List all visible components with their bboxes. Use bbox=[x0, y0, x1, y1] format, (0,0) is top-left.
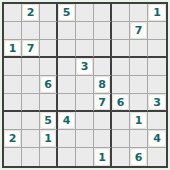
cell-r7c3[interactable]: 5 bbox=[40, 112, 58, 130]
cell-r5c2[interactable] bbox=[22, 76, 40, 94]
cell-r8c5[interactable] bbox=[76, 130, 94, 148]
cell-r1c2[interactable]: 2 bbox=[22, 4, 40, 22]
cell-r9c2[interactable] bbox=[22, 148, 40, 166]
cell-r6c7[interactable]: 6 bbox=[112, 94, 130, 112]
cell-r4c8[interactable] bbox=[130, 58, 148, 76]
given-digit: 1 bbox=[5, 41, 20, 55]
cell-r4c9[interactable] bbox=[148, 58, 166, 76]
cell-r3c1[interactable]: 1 bbox=[4, 40, 22, 58]
given-digit: 1 bbox=[149, 5, 165, 20]
cell-r8c1[interactable]: 2 bbox=[4, 130, 22, 148]
given-digit: 7 bbox=[95, 95, 109, 109]
given-digit: 1 bbox=[41, 131, 55, 146]
sudoku-widget: 25171736876354121416 bbox=[0, 0, 170, 170]
cell-r2c6[interactable] bbox=[94, 22, 112, 40]
given-digit: 2 bbox=[5, 131, 20, 146]
given-digit: 3 bbox=[77, 59, 92, 74]
cell-r8c3[interactable]: 1 bbox=[40, 130, 58, 148]
given-digit: 3 bbox=[149, 95, 165, 109]
cell-r4c5[interactable]: 3 bbox=[76, 58, 94, 76]
cell-r1c1[interactable] bbox=[4, 4, 22, 22]
cell-r2c5[interactable] bbox=[76, 22, 94, 40]
cell-r5c8[interactable] bbox=[130, 76, 148, 94]
cell-r9c1[interactable] bbox=[4, 148, 22, 166]
cell-r7c9[interactable] bbox=[148, 112, 166, 130]
cell-r3c7[interactable] bbox=[112, 40, 130, 58]
cell-r1c8[interactable] bbox=[130, 4, 148, 22]
cell-r3c2[interactable]: 7 bbox=[22, 40, 40, 58]
cell-r3c8[interactable] bbox=[130, 40, 148, 58]
cell-r1c9[interactable]: 1 bbox=[148, 4, 166, 22]
cell-r4c1[interactable] bbox=[4, 58, 22, 76]
cell-r7c6[interactable] bbox=[94, 112, 112, 130]
given-digit: 2 bbox=[23, 5, 38, 20]
cell-r5c1[interactable] bbox=[4, 76, 22, 94]
cell-r9c9[interactable] bbox=[148, 148, 166, 166]
cell-r1c6[interactable] bbox=[94, 4, 112, 22]
cell-r5c4[interactable] bbox=[58, 76, 76, 94]
cell-r2c1[interactable] bbox=[4, 22, 22, 40]
cell-r1c7[interactable] bbox=[112, 4, 130, 22]
cell-r6c9[interactable]: 3 bbox=[148, 94, 166, 112]
cell-r7c4[interactable]: 4 bbox=[58, 112, 76, 130]
cell-r8c9[interactable]: 4 bbox=[148, 130, 166, 148]
cell-r3c3[interactable] bbox=[40, 40, 58, 58]
cell-r7c2[interactable] bbox=[22, 112, 40, 130]
cell-r6c3[interactable] bbox=[40, 94, 58, 112]
cell-r9c3[interactable] bbox=[40, 148, 58, 166]
cell-r6c2[interactable] bbox=[22, 94, 40, 112]
cell-r6c1[interactable] bbox=[4, 94, 22, 112]
given-digit: 4 bbox=[59, 113, 74, 128]
given-digit: 6 bbox=[113, 95, 128, 109]
given-digit: 7 bbox=[131, 23, 146, 38]
cell-r5c9[interactable] bbox=[148, 76, 166, 94]
cell-r2c9[interactable] bbox=[148, 22, 166, 40]
cell-r1c4[interactable]: 5 bbox=[58, 4, 76, 22]
cell-r5c6[interactable]: 8 bbox=[94, 76, 112, 94]
given-digit: 5 bbox=[41, 113, 55, 128]
cell-r8c2[interactable] bbox=[22, 130, 40, 148]
cell-r2c3[interactable] bbox=[40, 22, 58, 40]
cell-r7c8[interactable]: 1 bbox=[130, 112, 148, 130]
cell-r3c4[interactable] bbox=[58, 40, 76, 58]
cell-r5c5[interactable] bbox=[76, 76, 94, 94]
cell-r2c7[interactable] bbox=[112, 22, 130, 40]
cell-r2c8[interactable]: 7 bbox=[130, 22, 148, 40]
cell-r1c3[interactable] bbox=[40, 4, 58, 22]
cell-r9c5[interactable] bbox=[76, 148, 94, 166]
cell-r3c9[interactable] bbox=[148, 40, 166, 58]
cell-r6c5[interactable] bbox=[76, 94, 94, 112]
cell-r7c5[interactable] bbox=[76, 112, 94, 130]
cell-r5c7[interactable] bbox=[112, 76, 130, 94]
cell-r6c6[interactable]: 7 bbox=[94, 94, 112, 112]
cell-r8c4[interactable] bbox=[58, 130, 76, 148]
cell-r9c8[interactable]: 6 bbox=[130, 148, 148, 166]
given-digit: 1 bbox=[95, 149, 109, 165]
given-digit: 8 bbox=[95, 77, 109, 92]
cell-r4c4[interactable] bbox=[58, 58, 76, 76]
given-digit: 1 bbox=[131, 113, 146, 128]
cell-r2c4[interactable] bbox=[58, 22, 76, 40]
cell-r2c2[interactable] bbox=[22, 22, 40, 40]
cell-r4c3[interactable] bbox=[40, 58, 58, 76]
given-digit: 4 bbox=[149, 131, 165, 146]
cell-r8c6[interactable] bbox=[94, 130, 112, 148]
cell-r4c7[interactable] bbox=[112, 58, 130, 76]
cell-r4c6[interactable] bbox=[94, 58, 112, 76]
cell-r1c5[interactable] bbox=[76, 4, 94, 22]
cell-r3c5[interactable] bbox=[76, 40, 94, 58]
sudoku-board: 25171736876354121416 bbox=[2, 2, 168, 168]
given-digit: 6 bbox=[41, 77, 55, 92]
cell-r5c3[interactable]: 6 bbox=[40, 76, 58, 94]
given-digit: 7 bbox=[23, 41, 38, 55]
cell-r6c4[interactable] bbox=[58, 94, 76, 112]
cell-r8c7[interactable] bbox=[112, 130, 130, 148]
cell-r9c7[interactable] bbox=[112, 148, 130, 166]
given-digit: 6 bbox=[131, 149, 146, 165]
cell-r3c6[interactable] bbox=[94, 40, 112, 58]
cell-r8c8[interactable] bbox=[130, 130, 148, 148]
cell-r9c4[interactable] bbox=[58, 148, 76, 166]
cell-r7c7[interactable] bbox=[112, 112, 130, 130]
given-digit: 5 bbox=[59, 5, 74, 20]
cell-r6c8[interactable] bbox=[130, 94, 148, 112]
cell-r9c6[interactable]: 1 bbox=[94, 148, 112, 166]
cell-r7c1[interactable] bbox=[4, 112, 22, 130]
cell-r4c2[interactable] bbox=[22, 58, 40, 76]
